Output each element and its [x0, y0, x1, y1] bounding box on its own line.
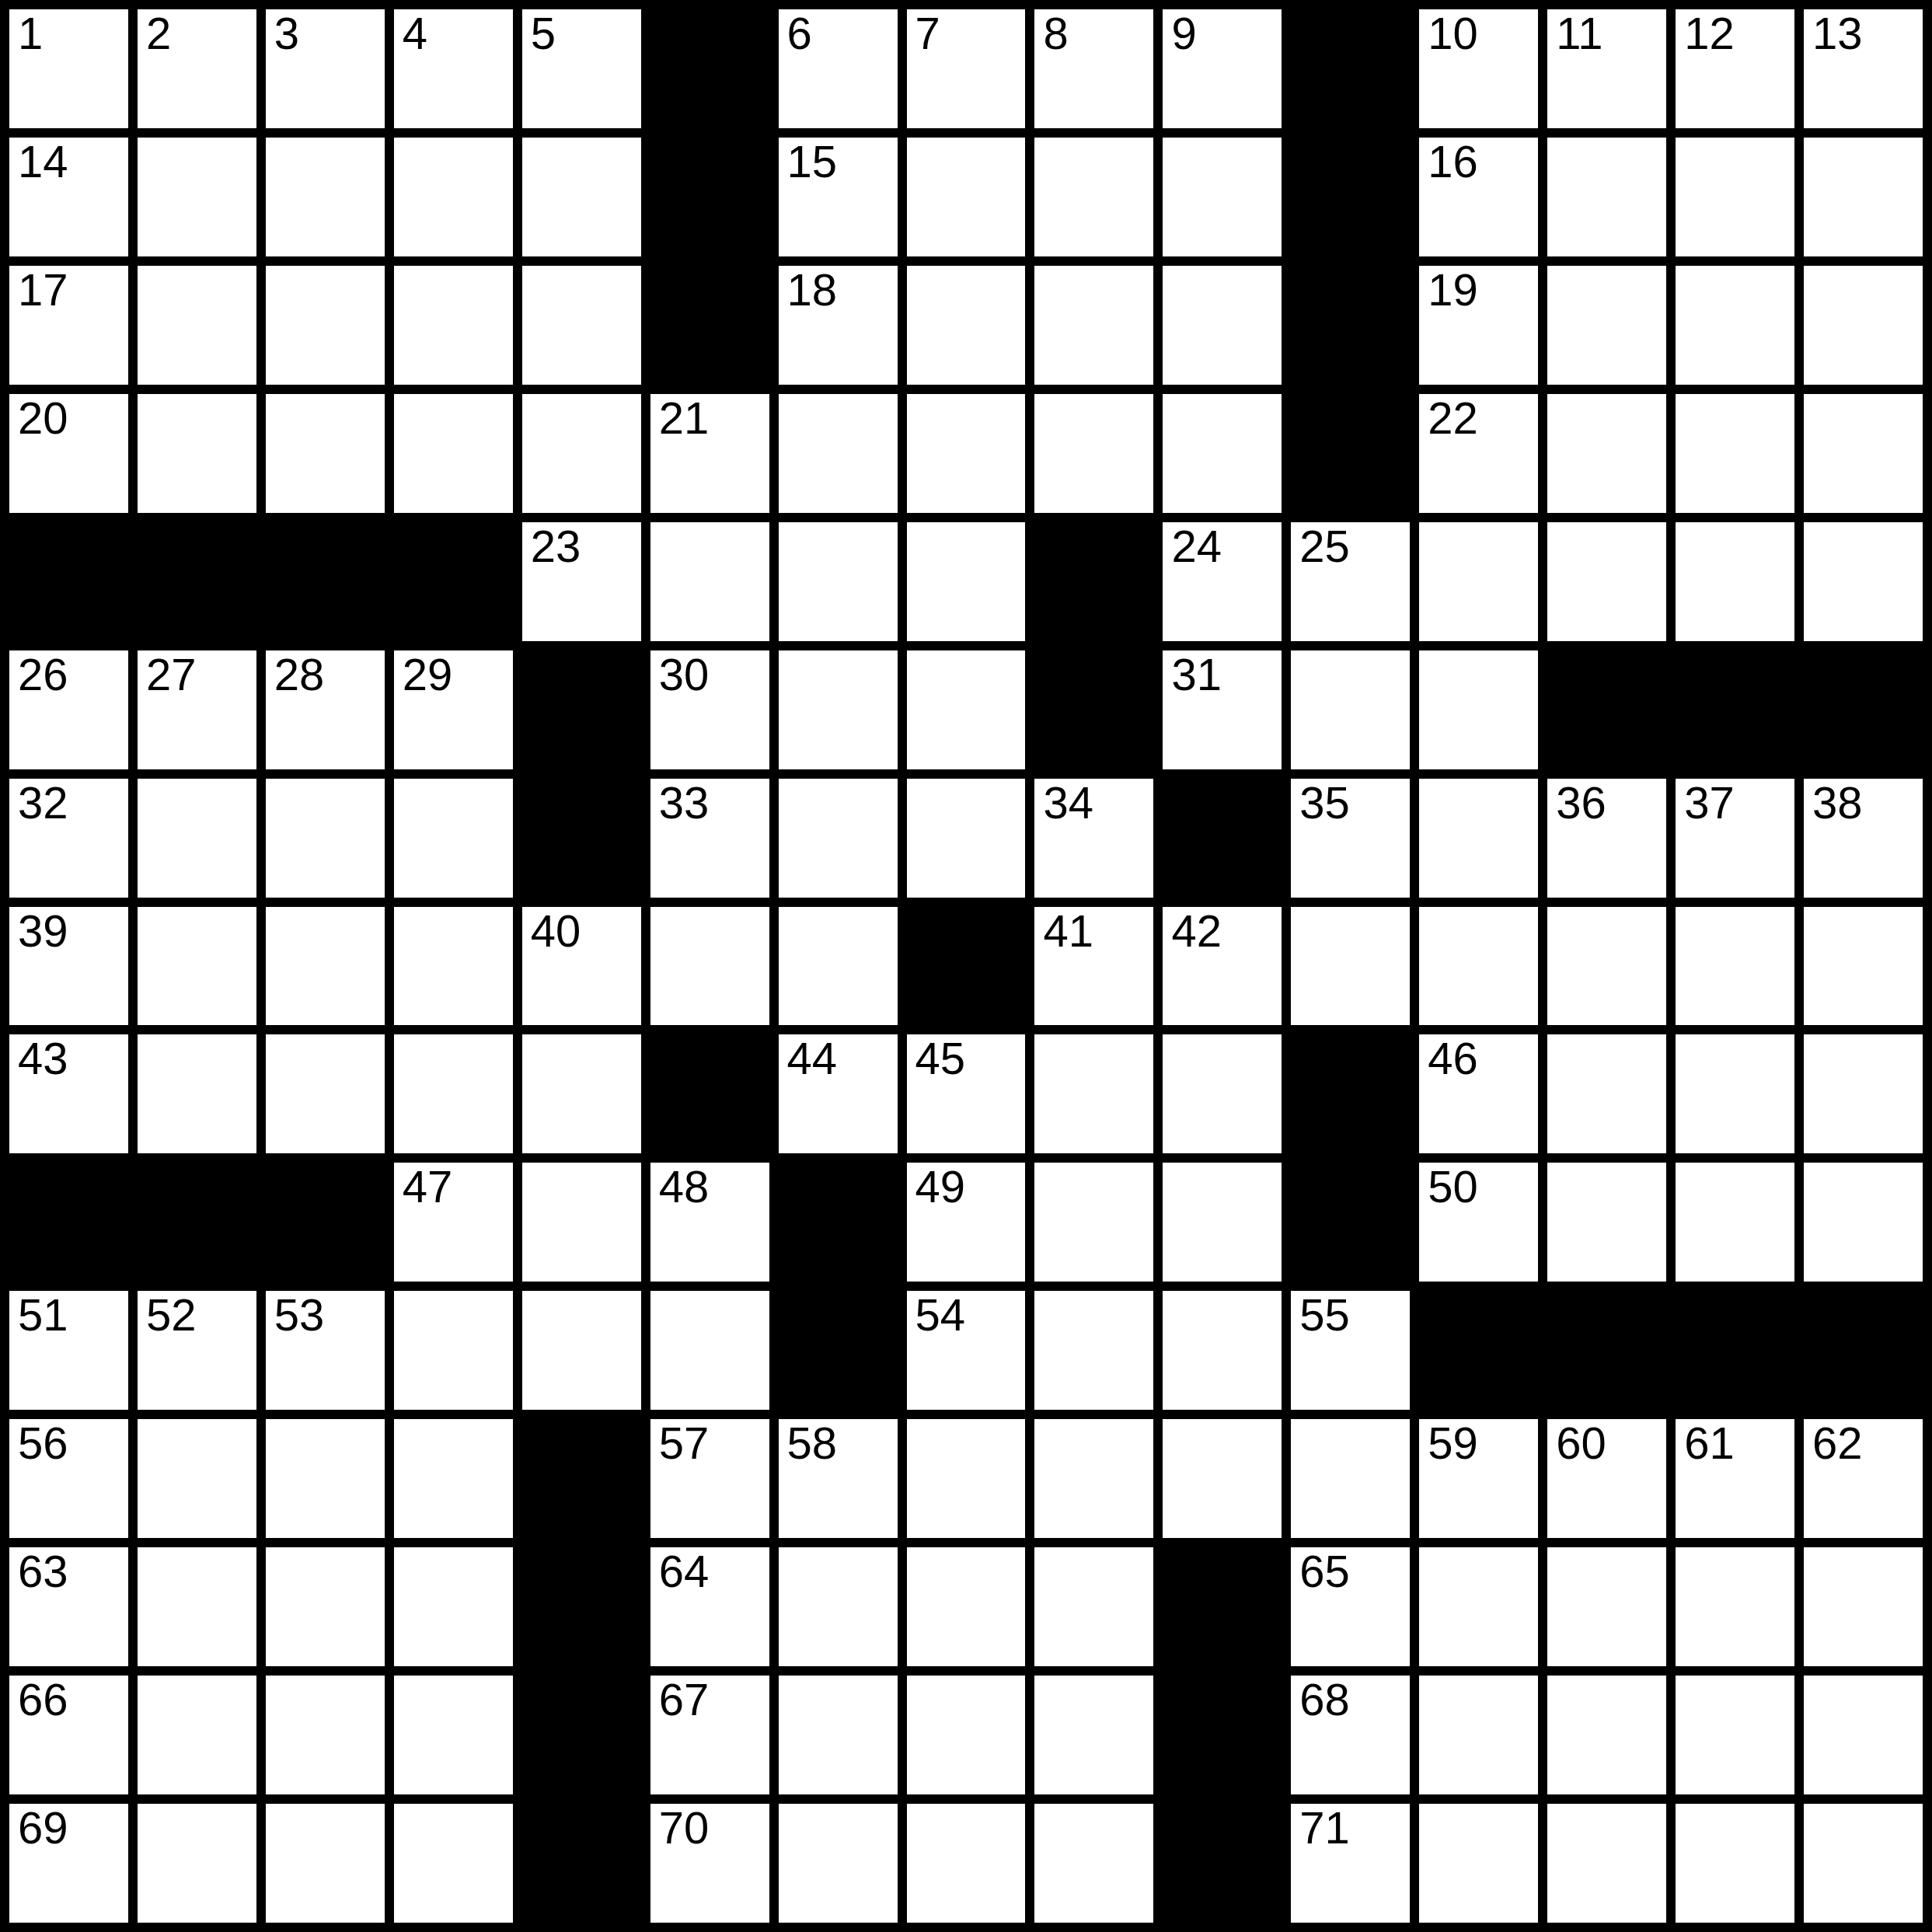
black-cell-r5c1 — [9, 522, 128, 641]
cell-r1c8[interactable]: 7 — [907, 9, 1026, 128]
clue-number-16: 16 — [1428, 139, 1478, 184]
cell-r15c7[interactable] — [779, 1804, 898, 1923]
cell-r14c6[interactable]: 67 — [650, 1676, 769, 1794]
clue-number-66: 66 — [18, 1677, 68, 1722]
clue-number-49: 49 — [915, 1164, 966, 1209]
clue-number-59: 59 — [1428, 1421, 1478, 1466]
clue-number-57: 57 — [659, 1421, 710, 1466]
clue-number-24: 24 — [1171, 524, 1222, 569]
cell-r9c12[interactable]: 46 — [1419, 1034, 1538, 1153]
black-cell-r10c11 — [1291, 1163, 1410, 1282]
cell-r7c6[interactable]: 33 — [650, 779, 769, 898]
cell-r13c4[interactable] — [394, 1547, 513, 1666]
cell-r12c12[interactable]: 59 — [1419, 1419, 1538, 1538]
cell-r4c10[interactable] — [1163, 394, 1282, 513]
clue-number-40: 40 — [531, 908, 581, 954]
cell-r3c8[interactable] — [907, 266, 1026, 385]
cell-r8c13[interactable] — [1547, 907, 1666, 1026]
cell-r8c7[interactable] — [779, 907, 898, 1026]
clue-number-14: 14 — [18, 139, 68, 184]
black-cell-r9c11 — [1291, 1034, 1410, 1153]
cell-r14c12[interactable] — [1419, 1676, 1538, 1794]
cell-r4c9[interactable] — [1034, 394, 1153, 513]
black-cell-r5c3 — [266, 522, 385, 641]
cell-r5c10[interactable]: 24 — [1163, 522, 1282, 641]
cell-r15c14[interactable] — [1676, 1804, 1794, 1923]
black-cell-r3c6 — [650, 266, 769, 385]
cell-r14c15[interactable] — [1804, 1676, 1923, 1794]
cell-r12c11[interactable] — [1291, 1419, 1410, 1538]
clue-number-13: 13 — [1812, 11, 1863, 56]
black-cell-r8c8 — [907, 907, 1026, 1026]
cell-r13c7[interactable] — [779, 1547, 898, 1666]
cell-r2c5[interactable] — [522, 138, 641, 256]
cell-r13c3[interactable] — [266, 1547, 385, 1666]
cell-r4c13[interactable] — [1547, 394, 1666, 513]
cell-r12c10[interactable] — [1163, 1419, 1282, 1538]
clue-number-18: 18 — [787, 267, 838, 312]
clue-number-7: 7 — [915, 11, 940, 56]
cell-r3c10[interactable] — [1163, 266, 1282, 385]
cell-r9c2[interactable] — [138, 1034, 256, 1153]
black-cell-r11c7 — [779, 1291, 898, 1410]
clue-number-55: 55 — [1299, 1292, 1350, 1337]
cell-r9c9[interactable] — [1034, 1034, 1153, 1153]
black-cell-r10c1 — [9, 1163, 128, 1282]
clue-number-21: 21 — [659, 396, 710, 441]
cell-r4c15[interactable] — [1804, 394, 1923, 513]
black-cell-r10c2 — [138, 1163, 256, 1282]
cell-r7c13[interactable]: 36 — [1547, 779, 1666, 898]
black-cell-r6c14 — [1676, 650, 1794, 769]
cell-r8c1[interactable]: 39 — [9, 907, 128, 1026]
black-cell-r4c11 — [1291, 394, 1410, 513]
cell-r4c3[interactable] — [266, 394, 385, 513]
cell-r10c14[interactable] — [1676, 1163, 1794, 1282]
cell-r6c3[interactable]: 28 — [266, 650, 385, 769]
cell-r6c4[interactable]: 29 — [394, 650, 513, 769]
clue-number-51: 51 — [18, 1292, 68, 1337]
cell-r14c7[interactable] — [779, 1676, 898, 1794]
cell-r4c5[interactable] — [522, 394, 641, 513]
cell-r10c9[interactable] — [1034, 1163, 1153, 1282]
cell-r5c12[interactable] — [1419, 522, 1538, 641]
cell-r4c6[interactable]: 21 — [650, 394, 769, 513]
black-cell-r1c6 — [650, 9, 769, 128]
cell-r14c11[interactable]: 68 — [1291, 1676, 1410, 1794]
cell-r6c1[interactable]: 26 — [9, 650, 128, 769]
cell-r13c12[interactable] — [1419, 1547, 1538, 1666]
cell-r9c4[interactable] — [394, 1034, 513, 1153]
cell-r1c9[interactable]: 8 — [1034, 9, 1153, 128]
crossword-grid: 1234567891011121314151617181920212223242… — [0, 0, 1932, 1932]
cell-r8c4[interactable] — [394, 907, 513, 1026]
cell-r2c14[interactable] — [1676, 138, 1794, 256]
cell-r7c1[interactable]: 32 — [9, 779, 128, 898]
cell-r2c4[interactable] — [394, 138, 513, 256]
cell-r1c14[interactable]: 12 — [1676, 9, 1794, 128]
clue-number-23: 23 — [531, 524, 581, 569]
cell-r2c13[interactable] — [1547, 138, 1666, 256]
cell-r6c6[interactable]: 30 — [650, 650, 769, 769]
black-cell-r13c5 — [522, 1547, 641, 1666]
cell-r11c6[interactable] — [650, 1291, 769, 1410]
cell-r4c4[interactable] — [394, 394, 513, 513]
cell-r12c3[interactable] — [266, 1419, 385, 1538]
cell-r9c14[interactable] — [1676, 1034, 1794, 1153]
cell-r1c1[interactable]: 1 — [9, 9, 128, 128]
cell-r14c2[interactable] — [138, 1676, 256, 1794]
cell-r3c9[interactable] — [1034, 266, 1153, 385]
cell-r11c2[interactable]: 52 — [138, 1291, 256, 1410]
cell-r11c9[interactable] — [1034, 1291, 1153, 1410]
clue-number-35: 35 — [1299, 780, 1350, 825]
cell-r7c8[interactable] — [907, 779, 1026, 898]
cell-r8c12[interactable] — [1419, 907, 1538, 1026]
cell-r4c7[interactable] — [779, 394, 898, 513]
black-cell-r9c6 — [650, 1034, 769, 1153]
clue-number-58: 58 — [787, 1421, 838, 1466]
clue-number-37: 37 — [1684, 780, 1735, 825]
clue-number-26: 26 — [18, 652, 68, 697]
clue-number-5: 5 — [531, 11, 556, 56]
cell-r1c7[interactable]: 6 — [779, 9, 898, 128]
cell-r13c13[interactable] — [1547, 1547, 1666, 1666]
cell-r15c8[interactable] — [907, 1804, 1026, 1923]
black-cell-r15c5 — [522, 1804, 641, 1923]
black-cell-r2c11 — [1291, 138, 1410, 256]
cell-r1c3[interactable]: 3 — [266, 9, 385, 128]
cell-r9c1[interactable]: 43 — [9, 1034, 128, 1153]
cell-r10c15[interactable] — [1804, 1163, 1923, 1282]
clue-number-1: 1 — [18, 11, 43, 56]
cell-r14c9[interactable] — [1034, 1676, 1153, 1794]
cell-r6c10[interactable]: 31 — [1163, 650, 1282, 769]
cell-r5c11[interactable]: 25 — [1291, 522, 1410, 641]
black-cell-r6c9 — [1034, 650, 1153, 769]
cell-r13c9[interactable] — [1034, 1547, 1153, 1666]
clue-number-48: 48 — [659, 1164, 710, 1209]
cell-r10c10[interactable] — [1163, 1163, 1282, 1282]
clue-number-60: 60 — [1556, 1421, 1606, 1466]
cell-r12c8[interactable] — [907, 1419, 1026, 1538]
cell-r13c2[interactable] — [138, 1547, 256, 1666]
cell-r13c1[interactable]: 63 — [9, 1547, 128, 1666]
black-cell-r10c3 — [266, 1163, 385, 1282]
cell-r13c15[interactable] — [1804, 1547, 1923, 1666]
cell-r7c11[interactable]: 35 — [1291, 779, 1410, 898]
clue-number-29: 29 — [403, 652, 453, 697]
clue-number-36: 36 — [1556, 780, 1606, 825]
cell-r6c2[interactable]: 27 — [138, 650, 256, 769]
cell-r10c12[interactable]: 50 — [1419, 1163, 1538, 1282]
cell-r2c3[interactable] — [266, 138, 385, 256]
clue-number-33: 33 — [659, 780, 710, 825]
cell-r11c11[interactable]: 55 — [1291, 1291, 1410, 1410]
cell-r12c9[interactable] — [1034, 1419, 1153, 1538]
cell-r8c3[interactable] — [266, 907, 385, 1026]
clue-number-25: 25 — [1299, 524, 1350, 569]
clue-number-3: 3 — [274, 11, 299, 56]
cell-r15c1[interactable]: 69 — [9, 1804, 128, 1923]
cell-r1c5[interactable]: 5 — [522, 9, 641, 128]
cell-r14c14[interactable] — [1676, 1676, 1794, 1794]
cell-r9c8[interactable]: 45 — [907, 1034, 1026, 1153]
cell-r9c15[interactable] — [1804, 1034, 1923, 1153]
cell-r11c3[interactable]: 53 — [266, 1291, 385, 1410]
cell-r15c13[interactable] — [1547, 1804, 1666, 1923]
cell-r14c4[interactable] — [394, 1676, 513, 1794]
cell-r4c14[interactable] — [1676, 394, 1794, 513]
cell-r8c14[interactable] — [1676, 907, 1794, 1026]
cell-r15c12[interactable] — [1419, 1804, 1538, 1923]
clue-number-41: 41 — [1043, 908, 1093, 954]
cell-r2c2[interactable] — [138, 138, 256, 256]
clue-number-27: 27 — [146, 652, 197, 697]
clue-number-11: 11 — [1556, 11, 1602, 56]
cell-r8c15[interactable] — [1804, 907, 1923, 1026]
clue-number-69: 69 — [18, 1805, 68, 1850]
cell-r3c3[interactable] — [266, 266, 385, 385]
black-cell-r6c13 — [1547, 650, 1666, 769]
cell-r2c12[interactable]: 16 — [1419, 138, 1538, 256]
cell-r9c7[interactable]: 44 — [779, 1034, 898, 1153]
cell-r12c4[interactable] — [394, 1419, 513, 1538]
cell-r2c1[interactable]: 14 — [9, 138, 128, 256]
cell-r7c15[interactable]: 38 — [1804, 779, 1923, 898]
cell-r2c8[interactable] — [907, 138, 1026, 256]
cell-r8c5[interactable]: 40 — [522, 907, 641, 1026]
black-cell-r14c5 — [522, 1676, 641, 1794]
cell-r14c1[interactable]: 66 — [9, 1676, 128, 1794]
cell-r13c8[interactable] — [907, 1547, 1026, 1666]
cell-r7c9[interactable]: 34 — [1034, 779, 1153, 898]
clue-number-34: 34 — [1043, 780, 1093, 825]
cell-r12c6[interactable]: 57 — [650, 1419, 769, 1538]
cell-r7c3[interactable] — [266, 779, 385, 898]
cell-r5c7[interactable] — [779, 522, 898, 641]
cell-r3c12[interactable]: 19 — [1419, 266, 1538, 385]
cell-r4c1[interactable]: 20 — [9, 394, 128, 513]
clue-number-4: 4 — [403, 11, 427, 56]
cell-r15c6[interactable]: 70 — [650, 1804, 769, 1923]
clue-number-44: 44 — [787, 1036, 838, 1081]
cell-r15c2[interactable] — [138, 1804, 256, 1923]
cell-r15c4[interactable] — [394, 1804, 513, 1923]
cell-r3c7[interactable]: 18 — [779, 266, 898, 385]
clue-number-2: 2 — [146, 11, 171, 56]
cell-r1c4[interactable]: 4 — [394, 9, 513, 128]
cell-r1c12[interactable]: 10 — [1419, 9, 1538, 128]
cell-r15c15[interactable] — [1804, 1804, 1923, 1923]
clue-number-31: 31 — [1171, 652, 1222, 697]
cell-r12c1[interactable]: 56 — [9, 1419, 128, 1538]
cell-r1c2[interactable]: 2 — [138, 9, 256, 128]
black-cell-r6c5 — [522, 650, 641, 769]
cell-r2c7[interactable]: 15 — [779, 138, 898, 256]
cell-r7c14[interactable]: 37 — [1676, 779, 1794, 898]
clue-number-47: 47 — [403, 1164, 453, 1209]
cell-r14c3[interactable] — [266, 1676, 385, 1794]
cell-r11c5[interactable] — [522, 1291, 641, 1410]
cell-r2c15[interactable] — [1804, 138, 1923, 256]
cell-r3c4[interactable] — [394, 266, 513, 385]
cell-r3c2[interactable] — [138, 266, 256, 385]
clue-number-42: 42 — [1171, 908, 1222, 954]
cell-r9c3[interactable] — [266, 1034, 385, 1153]
clue-number-19: 19 — [1428, 267, 1478, 312]
cell-r9c10[interactable] — [1163, 1034, 1282, 1153]
cell-r8c6[interactable] — [650, 907, 769, 1026]
black-cell-r6c15 — [1804, 650, 1923, 769]
clue-number-30: 30 — [659, 652, 710, 697]
black-cell-r11c14 — [1676, 1291, 1794, 1410]
black-cell-r14c10 — [1163, 1676, 1282, 1794]
cell-r5c14[interactable] — [1676, 522, 1794, 641]
clue-number-62: 62 — [1812, 1421, 1863, 1466]
cell-r3c13[interactable] — [1547, 266, 1666, 385]
cell-r3c5[interactable] — [522, 266, 641, 385]
black-cell-r7c5 — [522, 779, 641, 898]
clue-number-20: 20 — [18, 396, 68, 441]
cell-r3c15[interactable] — [1804, 266, 1923, 385]
cell-r7c7[interactable] — [779, 779, 898, 898]
clue-number-63: 63 — [18, 1549, 68, 1594]
cell-r3c1[interactable]: 17 — [9, 266, 128, 385]
cell-r6c11[interactable] — [1291, 650, 1410, 769]
cell-r13c14[interactable] — [1676, 1547, 1794, 1666]
clue-number-46: 46 — [1428, 1036, 1478, 1081]
cell-r6c8[interactable] — [907, 650, 1026, 769]
clue-number-67: 67 — [659, 1677, 710, 1722]
cell-r4c8[interactable] — [907, 394, 1026, 513]
cell-r10c6[interactable]: 48 — [650, 1163, 769, 1282]
cell-r12c7[interactable]: 58 — [779, 1419, 898, 1538]
cell-r1c10[interactable]: 9 — [1163, 9, 1282, 128]
cell-r6c7[interactable] — [779, 650, 898, 769]
clue-number-28: 28 — [274, 652, 325, 697]
cell-r2c9[interactable] — [1034, 138, 1153, 256]
clue-number-70: 70 — [659, 1805, 710, 1850]
cell-r9c13[interactable] — [1547, 1034, 1666, 1153]
clue-number-22: 22 — [1428, 396, 1478, 441]
black-cell-r11c15 — [1804, 1291, 1923, 1410]
clue-number-71: 71 — [1299, 1805, 1350, 1850]
cell-r9c5[interactable] — [522, 1034, 641, 1153]
clue-number-65: 65 — [1299, 1549, 1350, 1594]
clue-number-45: 45 — [915, 1036, 966, 1081]
cell-r12c14[interactable]: 61 — [1676, 1419, 1794, 1538]
clue-number-54: 54 — [915, 1292, 966, 1337]
cell-r15c11[interactable]: 71 — [1291, 1804, 1410, 1923]
cell-r11c1[interactable]: 51 — [9, 1291, 128, 1410]
cell-r8c2[interactable] — [138, 907, 256, 1026]
cell-r1c13[interactable]: 11 — [1547, 9, 1666, 128]
cell-r5c6[interactable] — [650, 522, 769, 641]
black-cell-r5c4 — [394, 522, 513, 641]
clue-number-6: 6 — [787, 11, 812, 56]
cell-r3c14[interactable] — [1676, 266, 1794, 385]
cell-r13c11[interactable]: 65 — [1291, 1547, 1410, 1666]
clue-number-61: 61 — [1684, 1421, 1735, 1466]
cell-r11c10[interactable] — [1163, 1291, 1282, 1410]
black-cell-r5c2 — [138, 522, 256, 641]
clue-number-43: 43 — [18, 1036, 68, 1081]
black-cell-r11c12 — [1419, 1291, 1538, 1410]
cell-r11c8[interactable]: 54 — [907, 1291, 1026, 1410]
clue-number-56: 56 — [18, 1421, 68, 1466]
cell-r12c13[interactable]: 60 — [1547, 1419, 1666, 1538]
cell-r8c10[interactable]: 42 — [1163, 907, 1282, 1026]
black-cell-r2c6 — [650, 138, 769, 256]
black-cell-r10c7 — [779, 1163, 898, 1282]
black-cell-r1c11 — [1291, 9, 1410, 128]
cell-r14c8[interactable] — [907, 1676, 1026, 1794]
cell-r12c15[interactable]: 62 — [1804, 1419, 1923, 1538]
clue-number-12: 12 — [1684, 11, 1735, 56]
clue-number-50: 50 — [1428, 1164, 1478, 1209]
cell-r10c4[interactable]: 47 — [394, 1163, 513, 1282]
cell-r15c3[interactable] — [266, 1804, 385, 1923]
cell-r14c13[interactable] — [1547, 1676, 1666, 1794]
cell-r4c2[interactable] — [138, 394, 256, 513]
black-cell-r15c10 — [1163, 1804, 1282, 1923]
cell-r10c13[interactable] — [1547, 1163, 1666, 1282]
black-cell-r11c13 — [1547, 1291, 1666, 1410]
black-cell-r13c10 — [1163, 1547, 1282, 1666]
clue-number-15: 15 — [787, 139, 838, 184]
cell-r10c5[interactable] — [522, 1163, 641, 1282]
clue-number-9: 9 — [1171, 11, 1196, 56]
cell-r11c4[interactable] — [394, 1291, 513, 1410]
cell-r5c15[interactable] — [1804, 522, 1923, 641]
cell-r12c2[interactable] — [138, 1419, 256, 1538]
cell-r15c9[interactable] — [1034, 1804, 1153, 1923]
clue-number-39: 39 — [18, 908, 68, 954]
black-cell-r12c5 — [522, 1419, 641, 1538]
cell-r8c9[interactable]: 41 — [1034, 907, 1153, 1026]
cell-r1c15[interactable]: 13 — [1804, 9, 1923, 128]
cell-r7c4[interactable] — [394, 779, 513, 898]
clue-number-68: 68 — [1299, 1677, 1350, 1722]
clue-number-8: 8 — [1043, 11, 1068, 56]
cell-r5c8[interactable] — [907, 522, 1026, 641]
black-cell-r3c11 — [1291, 266, 1410, 385]
cell-r8c11[interactable] — [1291, 907, 1410, 1026]
cell-r5c13[interactable] — [1547, 522, 1666, 641]
cell-r5c5[interactable]: 23 — [522, 522, 641, 641]
clue-number-52: 52 — [146, 1292, 197, 1337]
cell-r10c8[interactable]: 49 — [907, 1163, 1026, 1282]
cell-r4c12[interactable]: 22 — [1419, 394, 1538, 513]
clue-number-17: 17 — [18, 267, 68, 312]
clue-number-53: 53 — [274, 1292, 325, 1337]
clue-number-38: 38 — [1812, 780, 1863, 825]
cell-r13c6[interactable]: 64 — [650, 1547, 769, 1666]
black-cell-r5c9 — [1034, 522, 1153, 641]
cell-r7c2[interactable] — [138, 779, 256, 898]
cell-r6c12[interactable] — [1419, 650, 1538, 769]
clue-number-64: 64 — [659, 1549, 710, 1594]
clue-number-10: 10 — [1428, 11, 1478, 56]
cell-r7c12[interactable] — [1419, 779, 1538, 898]
black-cell-r7c10 — [1163, 779, 1282, 898]
cell-r2c10[interactable] — [1163, 138, 1282, 256]
clue-number-32: 32 — [18, 780, 68, 825]
